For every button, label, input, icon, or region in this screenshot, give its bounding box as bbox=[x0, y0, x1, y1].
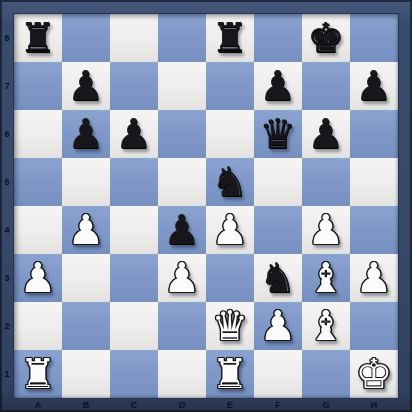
black-king-g8[interactable]: ♚ bbox=[308, 14, 345, 62]
square-a3[interactable]: ♟ bbox=[14, 254, 62, 302]
black-pawn-c6[interactable]: ♟ bbox=[116, 110, 153, 158]
square-d3[interactable]: ♟ bbox=[158, 254, 206, 302]
square-h2[interactable] bbox=[350, 302, 398, 350]
square-a7[interactable] bbox=[14, 62, 62, 110]
square-b8[interactable] bbox=[62, 14, 110, 62]
rank-label-5: 5 bbox=[0, 158, 14, 206]
square-e7[interactable] bbox=[206, 62, 254, 110]
white-pawn-h3[interactable]: ♟ bbox=[356, 254, 393, 302]
square-b4[interactable]: ♟ bbox=[62, 206, 110, 254]
square-f6[interactable]: ♛ bbox=[254, 110, 302, 158]
file-label-h: H bbox=[350, 398, 398, 412]
square-c1[interactable] bbox=[110, 350, 158, 398]
square-c3[interactable] bbox=[110, 254, 158, 302]
square-f1[interactable] bbox=[254, 350, 302, 398]
square-a2[interactable] bbox=[14, 302, 62, 350]
black-pawn-b6[interactable]: ♟ bbox=[68, 110, 105, 158]
square-g1[interactable] bbox=[302, 350, 350, 398]
black-queen-f6[interactable]: ♛ bbox=[260, 110, 297, 158]
rank-label-4: 4 bbox=[0, 206, 14, 254]
square-e8[interactable]: ♜ bbox=[206, 14, 254, 62]
square-b6[interactable]: ♟ bbox=[62, 110, 110, 158]
square-d4[interactable]: ♟ bbox=[158, 206, 206, 254]
rank-label-3: 3 bbox=[0, 254, 14, 302]
square-b2[interactable] bbox=[62, 302, 110, 350]
white-pawn-f2[interactable]: ♟ bbox=[260, 302, 297, 350]
square-f2[interactable]: ♟ bbox=[254, 302, 302, 350]
white-queen-e2[interactable]: ♛ bbox=[212, 302, 249, 350]
square-g8[interactable]: ♚ bbox=[302, 14, 350, 62]
rank-label-7: 7 bbox=[0, 62, 14, 110]
black-pawn-g6[interactable]: ♟ bbox=[308, 110, 345, 158]
rank-label-1: 1 bbox=[0, 350, 14, 398]
square-a8[interactable]: ♜ bbox=[14, 14, 62, 62]
square-d6[interactable] bbox=[158, 110, 206, 158]
square-g4[interactable]: ♟ bbox=[302, 206, 350, 254]
square-h3[interactable]: ♟ bbox=[350, 254, 398, 302]
file-label-c: C bbox=[110, 398, 158, 412]
white-pawn-g4[interactable]: ♟ bbox=[308, 206, 345, 254]
white-pawn-d3[interactable]: ♟ bbox=[164, 254, 201, 302]
square-c4[interactable] bbox=[110, 206, 158, 254]
black-pawn-f7[interactable]: ♟ bbox=[260, 62, 297, 110]
white-rook-a1[interactable]: ♜ bbox=[20, 350, 57, 398]
white-bishop-g2[interactable]: ♝ bbox=[308, 302, 345, 350]
chess-board: ♜♜♚♟♟♟♟♟♛♟♞♟♟♟♟♟♟♞♝♟♛♟♝♜♜♚ bbox=[14, 14, 398, 398]
square-f3[interactable]: ♞ bbox=[254, 254, 302, 302]
square-h6[interactable] bbox=[350, 110, 398, 158]
file-label-b: B bbox=[62, 398, 110, 412]
square-d5[interactable] bbox=[158, 158, 206, 206]
black-pawn-h7[interactable]: ♟ bbox=[356, 62, 393, 110]
black-knight-f3[interactable]: ♞ bbox=[260, 254, 297, 302]
white-bishop-g3[interactable]: ♝ bbox=[308, 254, 345, 302]
file-label-a: A bbox=[14, 398, 62, 412]
square-d2[interactable] bbox=[158, 302, 206, 350]
square-e5[interactable]: ♞ bbox=[206, 158, 254, 206]
black-rook-e8[interactable]: ♜ bbox=[212, 14, 249, 62]
chess-board-frame: ♜♜♚♟♟♟♟♟♛♟♞♟♟♟♟♟♟♞♝♟♛♟♝♜♜♚ 87654321 ABCD… bbox=[0, 0, 412, 412]
file-label-f: F bbox=[254, 398, 302, 412]
file-label-d: D bbox=[158, 398, 206, 412]
square-g2[interactable]: ♝ bbox=[302, 302, 350, 350]
square-d8[interactable] bbox=[158, 14, 206, 62]
square-e2[interactable]: ♛ bbox=[206, 302, 254, 350]
square-a6[interactable] bbox=[14, 110, 62, 158]
white-pawn-a3[interactable]: ♟ bbox=[20, 254, 57, 302]
square-f4[interactable] bbox=[254, 206, 302, 254]
square-c5[interactable] bbox=[110, 158, 158, 206]
square-g5[interactable] bbox=[302, 158, 350, 206]
square-e3[interactable] bbox=[206, 254, 254, 302]
square-c2[interactable] bbox=[110, 302, 158, 350]
black-pawn-d4[interactable]: ♟ bbox=[164, 206, 201, 254]
rank-label-8: 8 bbox=[0, 14, 14, 62]
square-a1[interactable]: ♜ bbox=[14, 350, 62, 398]
black-pawn-b7[interactable]: ♟ bbox=[68, 62, 105, 110]
square-h8[interactable] bbox=[350, 14, 398, 62]
square-h7[interactable]: ♟ bbox=[350, 62, 398, 110]
square-g7[interactable] bbox=[302, 62, 350, 110]
square-h1[interactable]: ♚ bbox=[350, 350, 398, 398]
white-rook-e1[interactable]: ♜ bbox=[212, 350, 249, 398]
black-rook-a8[interactable]: ♜ bbox=[20, 14, 57, 62]
white-pawn-e4[interactable]: ♟ bbox=[212, 206, 249, 254]
square-c7[interactable] bbox=[110, 62, 158, 110]
square-f5[interactable] bbox=[254, 158, 302, 206]
square-f8[interactable] bbox=[254, 14, 302, 62]
square-f7[interactable]: ♟ bbox=[254, 62, 302, 110]
square-d7[interactable] bbox=[158, 62, 206, 110]
square-e4[interactable]: ♟ bbox=[206, 206, 254, 254]
file-label-g: G bbox=[302, 398, 350, 412]
rank-label-6: 6 bbox=[0, 110, 14, 158]
square-a4[interactable] bbox=[14, 206, 62, 254]
square-h5[interactable] bbox=[350, 158, 398, 206]
square-c8[interactable] bbox=[110, 14, 158, 62]
square-g3[interactable]: ♝ bbox=[302, 254, 350, 302]
square-e1[interactable]: ♜ bbox=[206, 350, 254, 398]
square-b7[interactable]: ♟ bbox=[62, 62, 110, 110]
file-label-e: E bbox=[206, 398, 254, 412]
square-g6[interactable]: ♟ bbox=[302, 110, 350, 158]
white-king-h1[interactable]: ♚ bbox=[356, 350, 393, 398]
square-c6[interactable]: ♟ bbox=[110, 110, 158, 158]
square-e6[interactable] bbox=[206, 110, 254, 158]
square-b5[interactable] bbox=[62, 158, 110, 206]
rank-label-2: 2 bbox=[0, 302, 14, 350]
square-b3[interactable] bbox=[62, 254, 110, 302]
black-knight-e5[interactable]: ♞ bbox=[212, 158, 249, 206]
square-b1[interactable] bbox=[62, 350, 110, 398]
square-a5[interactable] bbox=[14, 158, 62, 206]
square-d1[interactable] bbox=[158, 350, 206, 398]
white-pawn-b4[interactable]: ♟ bbox=[68, 206, 105, 254]
square-h4[interactable] bbox=[350, 206, 398, 254]
